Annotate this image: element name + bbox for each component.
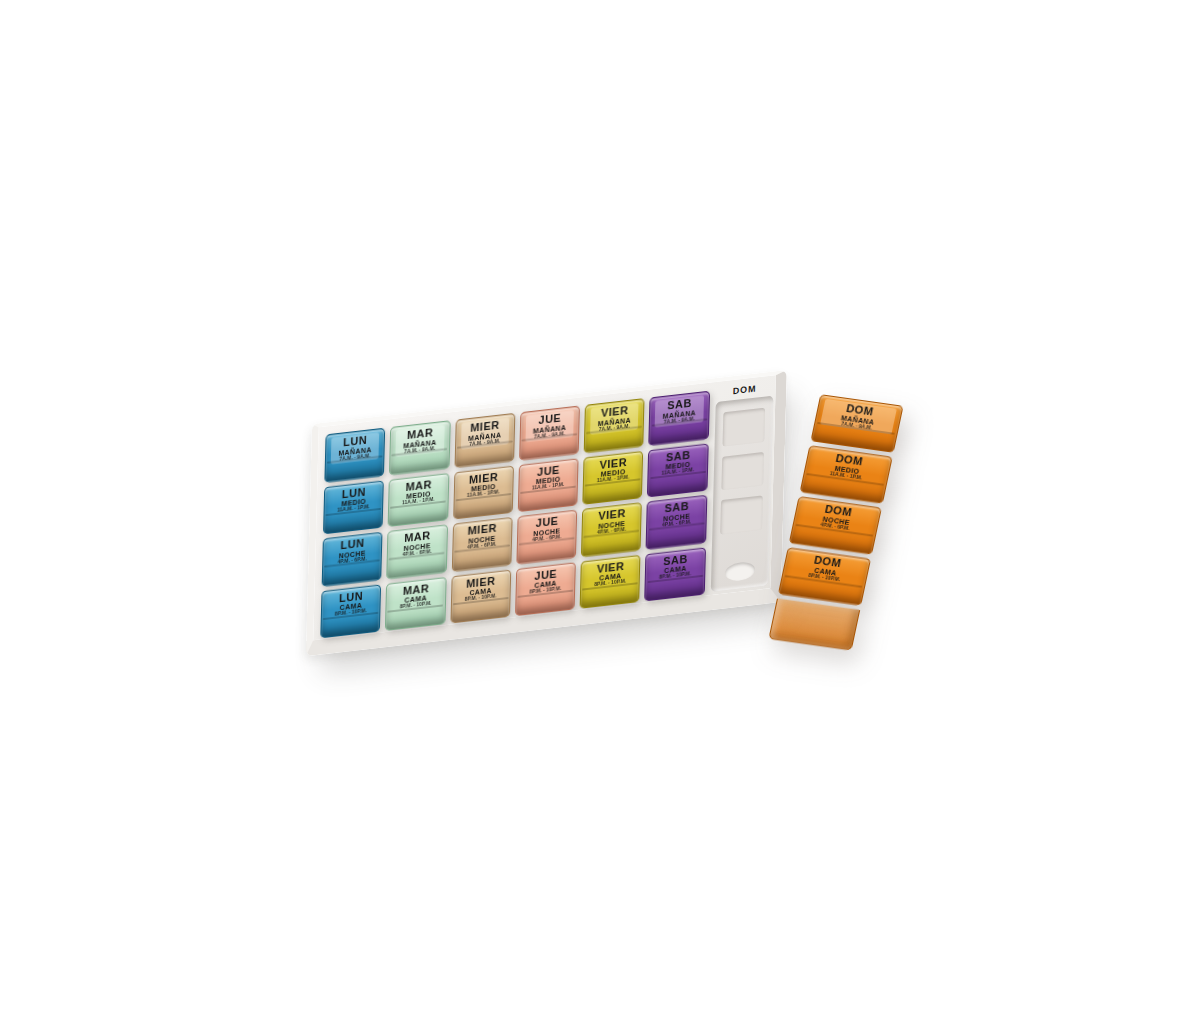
box-label: SABMEDIO11A.M. - 1P.M.	[649, 447, 708, 478]
box-time: 4P.M. - 6P.M.	[662, 520, 691, 529]
pill-box-mar-noche[interactable]: MARNOCHE4P.M. - 6P.M.	[386, 524, 447, 579]
pill-box-dom-medio[interactable]: DOMMEDIO11A.M. - 1P.M.	[800, 445, 893, 504]
pill-box-lun-cama[interactable]: LUNCAMA8P.M. - 10P.M.	[320, 584, 381, 639]
box-label: VIERMEDIO11A.M. - 1P.M.	[584, 454, 643, 485]
box-label: MARCAMA8P.M. - 10P.M.	[387, 580, 446, 611]
box-label: MIERNOCHE4P.M. - 6P.M.	[453, 521, 512, 552]
day-strip-dom-detached[interactable]: DOMMAÑANA7A.M. - 9A.M. DOMMEDIO11A.M. - …	[768, 394, 903, 651]
pill-box-jue-medio[interactable]: JUEMEDIO11A.M. - 1P.M.	[518, 458, 579, 513]
day-strip-sab[interactable]: SABMAÑANA7A.M. - 9A.M. SABMEDIO11A.M. - …	[645, 391, 710, 602]
pill-box-jue-noche[interactable]: JUENOCHE4P.M. - 6P.M.	[516, 510, 577, 565]
tray-dom-label: DOM	[733, 383, 757, 396]
box-time: 7A.M. - 9A.M.	[599, 424, 630, 433]
dom-well-medio	[721, 452, 764, 491]
pill-box-vier-cama[interactable]: VIERCAMA8P.M. - 10P.M.	[580, 554, 641, 609]
pill-box-vier-noche[interactable]: VIERNOCHE4P.M. - 6P.M.	[581, 502, 642, 557]
box-label: LUNNOCHE4P.M. - 6P.M.	[323, 536, 382, 567]
box-time: 8P.M. - 10P.M.	[659, 571, 691, 580]
dom-slot-recess	[710, 396, 773, 592]
pill-box-dom-manana[interactable]: DOMMAÑANA7A.M. - 9A.M.	[810, 394, 903, 453]
box-time: 7A.M. - 9A.M.	[404, 446, 435, 455]
box-time: 4P.M. - 6P.M.	[597, 527, 626, 536]
pill-box-dom-cama[interactable]: DOMCAMA8P.M. - 10P.M.	[778, 547, 871, 606]
box-label: SABCAMA8P.M. - 10P.M.	[646, 551, 705, 582]
day-strip-lun[interactable]: LUNMAÑANA7A.M. - 9A.M. LUNMEDIO11A.M. - …	[320, 428, 385, 639]
box-label: JUEMEDIO11A.M. - 1P.M.	[519, 462, 578, 493]
box-label: JUECAMA8P.M. - 10P.M.	[516, 566, 575, 597]
pill-box-lun-medio[interactable]: LUNMEDIO11A.M. - 1P.M.	[323, 480, 384, 535]
day-strip-vier[interactable]: VIERMAÑANA7A.M. - 9A.M. VIERMEDIO11A.M. …	[580, 398, 645, 609]
box-time: 11A.M. - 1P.M.	[337, 504, 370, 513]
box-label: DOMMEDIO11A.M. - 1P.M.	[805, 449, 891, 484]
box-label: SABMAÑANA7A.M. - 9A.M.	[655, 395, 704, 427]
pill-box-mar-cama[interactable]: MARCAMA8P.M. - 10P.M.	[385, 576, 446, 631]
box-label: VIERCAMA8P.M. - 10P.M.	[581, 558, 640, 589]
box-label: DOMCAMA8P.M. - 10P.M.	[783, 551, 869, 586]
box-label: LUNMAÑANA7A.M. - 9A.M.	[331, 432, 380, 464]
dom-strip-open-end	[768, 598, 860, 651]
box-label: LUNMEDIO11A.M. - 1P.M.	[324, 484, 383, 515]
pill-box-sab-medio[interactable]: SABMEDIO11A.M. - 1P.M.	[647, 443, 708, 498]
pill-box-mier-cama[interactable]: MIERCAMA8P.M. - 10P.M.	[450, 569, 511, 624]
pill-box-mar-manana[interactable]: MARMAÑANA7A.M. - 9A.M.	[389, 420, 450, 475]
pill-organizer-tray-unit: LUNMAÑANA7A.M. - 9A.M. LUNMEDIO11A.M. - …	[306, 370, 787, 656]
pill-box-sab-noche[interactable]: SABNOCHE4P.M. - 6P.M.	[646, 495, 707, 550]
pill-box-mier-manana[interactable]: MIERMAÑANA7A.M. - 9A.M.	[454, 413, 515, 468]
box-time: 8P.M. - 10P.M.	[400, 601, 432, 610]
dom-well-noche	[720, 495, 763, 534]
pill-box-lun-noche[interactable]: LUNNOCHE4P.M. - 6P.M.	[322, 532, 383, 587]
box-time: 8P.M. - 10P.M.	[465, 594, 497, 603]
box-label: LUNCAMA8P.M. - 10P.M.	[322, 588, 381, 619]
pill-box-mier-noche[interactable]: MIERNOCHE4P.M. - 6P.M.	[451, 517, 512, 572]
box-time: 4P.M. - 6P.M.	[338, 557, 367, 566]
day-strip-jue[interactable]: JUEMAÑANA7A.M. - 9A.M. JUEMEDIO11A.M. - …	[515, 406, 580, 617]
box-label: JUENOCHE4P.M. - 6P.M.	[518, 514, 577, 545]
pill-box-sab-manana[interactable]: SABMAÑANA7A.M. - 9A.M.	[649, 391, 710, 446]
box-label: VIERMAÑANA7A.M. - 9A.M.	[590, 403, 639, 435]
box-time: 8P.M. - 10P.M.	[594, 579, 626, 588]
box-label: DOMNOCHE4P.M. - 6P.M.	[794, 500, 880, 535]
tray-slot-dom-empty: DOM	[709, 383, 774, 594]
pill-box-lun-manana[interactable]: LUNMAÑANA7A.M. - 9A.M.	[324, 428, 385, 483]
box-time: 7A.M. - 9A.M.	[469, 439, 500, 448]
box-time: 7A.M. - 9A.M.	[339, 453, 370, 462]
box-time: 11A.M. - 1P.M.	[597, 475, 630, 484]
box-label: MIERCAMA8P.M. - 10P.M.	[451, 573, 510, 604]
box-label: MIERMAÑANA7A.M. - 9A.M.	[460, 418, 509, 450]
day-strip-mar[interactable]: MARMAÑANA7A.M. - 9A.M. MARMEDIO11A.M. - …	[385, 420, 450, 631]
box-time: 11A.M. - 1P.M.	[467, 490, 500, 499]
pill-box-vier-manana[interactable]: VIERMAÑANA7A.M. - 9A.M.	[584, 398, 645, 453]
box-label: MIERMEDIO11A.M. - 1P.M.	[454, 469, 513, 500]
box-label: MARMEDIO11A.M. - 1P.M.	[389, 476, 448, 507]
thumb-notch	[725, 561, 755, 583]
pill-box-jue-manana[interactable]: JUEMAÑANA7A.M. - 9A.M.	[519, 406, 580, 461]
product-photo-scene: LUNMAÑANA7A.M. - 9A.M. LUNMEDIO11A.M. - …	[0, 0, 1200, 1021]
box-time: 4P.M. - 6P.M.	[467, 542, 496, 551]
box-label: VIERNOCHE4P.M. - 6P.M.	[583, 506, 642, 537]
box-label: DOMMAÑANA7A.M. - 9A.M.	[820, 399, 897, 435]
day-strip-mier[interactable]: MIERMAÑANA7A.M. - 9A.M. MIERMEDIO11A.M. …	[450, 413, 515, 624]
box-time: 8P.M. - 10P.M.	[335, 608, 367, 617]
box-time: 8P.M. - 10P.M.	[529, 586, 561, 595]
box-label: JUEMAÑANA7A.M. - 9A.M.	[525, 410, 574, 442]
box-label: MARNOCHE4P.M. - 6P.M.	[388, 528, 447, 559]
box-time: 4P.M. - 6P.M.	[532, 534, 561, 543]
box-label: MARMAÑANA7A.M. - 9A.M.	[396, 425, 445, 457]
pill-box-vier-medio[interactable]: VIERMEDIO11A.M. - 1P.M.	[582, 450, 643, 505]
box-time: 11A.M. - 1P.M.	[532, 482, 565, 491]
box-time: 7A.M. - 9A.M.	[664, 417, 695, 426]
box-time: 4P.M. - 6P.M.	[402, 549, 431, 558]
box-time: 7A.M. - 9A.M.	[534, 431, 565, 440]
pill-box-jue-cama[interactable]: JUECAMA8P.M. - 10P.M.	[515, 561, 576, 616]
box-time: 11A.M. - 1P.M.	[402, 497, 435, 506]
pill-box-dom-noche[interactable]: DOMNOCHE4P.M. - 6P.M.	[789, 496, 882, 555]
box-label: SABNOCHE4P.M. - 6P.M.	[647, 499, 706, 530]
dom-well-manana	[722, 408, 765, 447]
pill-box-sab-cama[interactable]: SABCAMA8P.M. - 10P.M.	[645, 547, 706, 602]
box-time: 11A.M. - 1P.M.	[662, 467, 695, 476]
pill-box-mar-medio[interactable]: MARMEDIO11A.M. - 1P.M.	[388, 472, 449, 527]
pill-box-mier-medio[interactable]: MIERMEDIO11A.M. - 1P.M.	[453, 465, 514, 520]
